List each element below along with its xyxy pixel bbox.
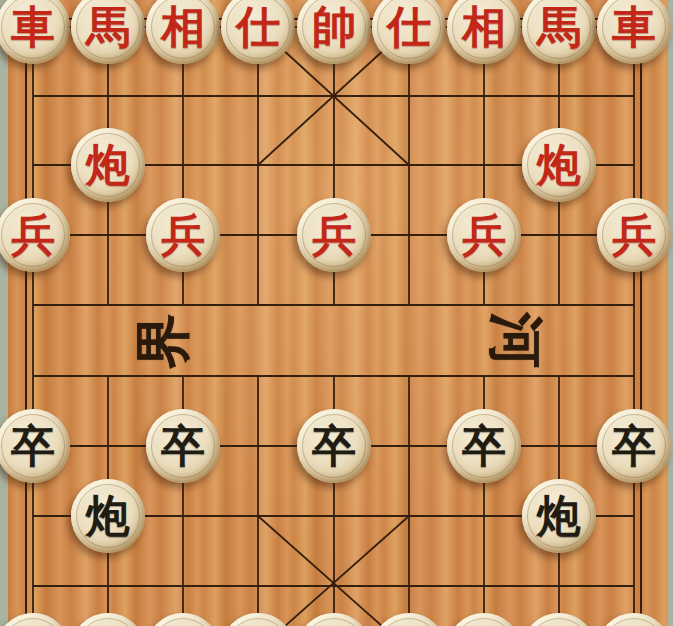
river-label-left: 界 — [127, 305, 199, 377]
piece-black-cannon[interactable]: 炮 — [522, 479, 596, 553]
piece-black-soldier[interactable]: 卒 — [447, 409, 521, 483]
piece-black-soldier[interactable]: 卒 — [297, 409, 371, 483]
piece-black-soldier[interactable]: 卒 — [597, 409, 671, 483]
piece-red-soldier[interactable]: 兵 — [597, 198, 671, 272]
piece-red-soldier[interactable]: 兵 — [146, 198, 220, 272]
piece-black-cannon[interactable]: 炮 — [71, 479, 145, 553]
piece-red-soldier[interactable]: 兵 — [297, 198, 371, 272]
river-label-right: 河 — [480, 304, 552, 376]
piece-black-soldier[interactable]: 卒 — [146, 409, 220, 483]
piece-red-cannon[interactable]: 炮 — [522, 128, 596, 202]
xiangqi-board[interactable]: 界 河 車馬相仕帥仕相馬車炮炮兵兵兵兵兵卒卒卒卒卒炮炮車馬象士將士象馬車 — [0, 0, 673, 626]
piece-red-soldier[interactable]: 兵 — [447, 198, 521, 272]
piece-red-cannon[interactable]: 炮 — [71, 128, 145, 202]
